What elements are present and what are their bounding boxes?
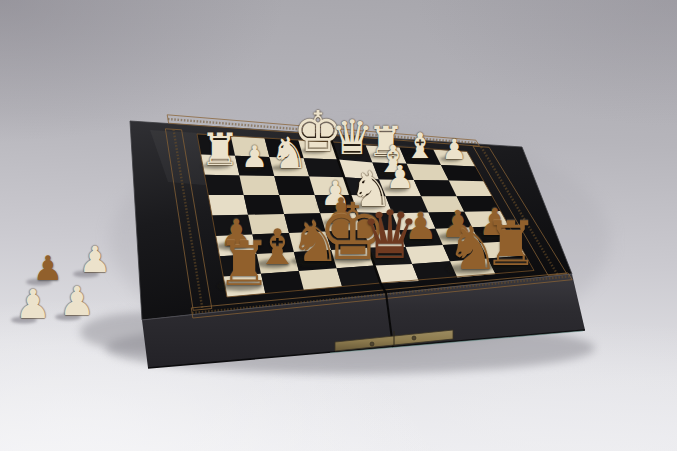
captured-piece-shadow [55, 314, 81, 321]
chess-board [0, 0, 677, 451]
latch-screw [412, 336, 416, 340]
square-c3 [289, 232, 331, 252]
piece-shadow [257, 259, 290, 268]
piece-shadow [485, 261, 529, 271]
square-e3 [362, 230, 405, 248]
piece-shadow [350, 202, 384, 209]
square-c4 [284, 213, 326, 233]
square-a8 [197, 134, 235, 156]
piece-shadow [217, 242, 248, 250]
square-g2 [443, 243, 488, 261]
square-e4 [356, 213, 399, 231]
piece-shadow [301, 148, 327, 153]
square-f4 [392, 213, 435, 231]
square-f5 [386, 196, 429, 213]
piece-shadow [271, 165, 300, 171]
square-g4 [428, 212, 472, 229]
square-d3 [326, 230, 369, 250]
piece-shadow [447, 264, 491, 274]
piece-shadow [438, 233, 469, 241]
piece-shadow [239, 164, 262, 170]
captured-piece-shadow [73, 271, 99, 278]
square-c5 [279, 195, 320, 214]
piece-shadow [202, 163, 231, 169]
square-a2 [220, 254, 262, 277]
photo-scene: ♚♛♜♝♟♜♟♞♝♟♟♞♟♟♟♟♟♝♞♚♛♜♞♜♟♟♟♟ [0, 0, 677, 451]
piece-shadow [318, 201, 345, 208]
latch-screw [370, 342, 374, 346]
piece-shadow [335, 151, 361, 156]
piece-shadow [218, 281, 262, 291]
square-a5 [208, 195, 248, 215]
piece-shadow [366, 253, 407, 262]
square-b6 [239, 175, 279, 195]
piece-shadow [291, 257, 332, 266]
piece-shadow [323, 219, 352, 227]
square-b3 [252, 233, 294, 254]
square-f2 [406, 245, 450, 264]
piece-shadow [378, 169, 401, 175]
square-c6 [274, 176, 314, 195]
square-b5 [244, 195, 284, 215]
piece-shadow [475, 231, 506, 239]
piece-shadow [401, 235, 432, 243]
square-b4 [248, 214, 289, 234]
piece-shadow [328, 254, 369, 263]
captured-piece-shadow [26, 279, 52, 286]
piece-shadow [406, 155, 427, 160]
square-a4 [212, 215, 252, 236]
piece-shadow [383, 186, 408, 193]
square-c8 [265, 138, 304, 158]
piece-shadow [440, 156, 461, 161]
square-a6 [205, 175, 244, 195]
piece-shadow [369, 153, 395, 158]
square-b8 [231, 136, 270, 157]
captured-piece-shadow [11, 317, 37, 324]
